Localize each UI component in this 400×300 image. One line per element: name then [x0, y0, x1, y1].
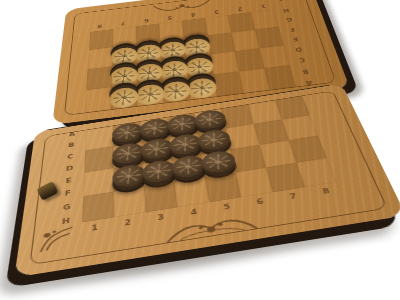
square-f5[interactable]: [137, 81, 164, 106]
black-piece-c4[interactable]: [139, 117, 171, 139]
file-label-f: F: [289, 26, 295, 31]
file-label-f: F: [64, 191, 71, 198]
square-a1[interactable]: [82, 192, 114, 223]
rank-label-7: 7: [121, 21, 126, 26]
file-label-g: G: [286, 17, 293, 22]
rank-label-2: 2: [237, 6, 243, 10]
file-label-b: B: [68, 143, 75, 149]
black-piece-d4[interactable]: [166, 113, 199, 135]
white-piece-d5[interactable]: [187, 77, 218, 100]
black-piece-b2[interactable]: [112, 163, 146, 189]
file-label-d: D: [295, 46, 303, 51]
rank-label-8: 8: [97, 23, 102, 28]
square-b1[interactable]: [114, 187, 146, 218]
file-label-h: H: [283, 8, 290, 13]
square-b5[interactable]: [239, 68, 270, 93]
file-label-d: D: [66, 166, 73, 172]
rank-label-3: 3: [157, 214, 164, 221]
file-label-a: A: [305, 79, 313, 85]
file-label-e: E: [65, 178, 71, 184]
square-h5[interactable]: [85, 87, 112, 113]
black-piece-b3[interactable]: [112, 141, 144, 165]
rank-label-7: 7: [289, 193, 298, 200]
square-d5[interactable]: [188, 75, 217, 100]
rank-label-8: 8: [322, 188, 331, 195]
rank-label-6: 6: [256, 199, 264, 206]
file-label-g: G: [63, 204, 71, 211]
file-label-c: C: [298, 57, 305, 62]
file-label-e: E: [292, 36, 298, 41]
product-photo-stage: ABCDEFGH 12345678: [0, 0, 400, 300]
square-c1[interactable]: [144, 182, 177, 212]
file-label-a: A: [69, 132, 76, 138]
square-c5[interactable]: [213, 71, 243, 96]
square-g5[interactable]: [111, 84, 137, 109]
rank-label-1: 1: [91, 225, 98, 233]
black-piece-b4[interactable]: [112, 121, 143, 143]
rank-label-2: 2: [124, 220, 131, 228]
black-piece-c3[interactable]: [140, 137, 173, 161]
white-piece-f5[interactable]: [136, 83, 166, 106]
black-piece-c2[interactable]: [141, 158, 176, 184]
rank-label-5: 5: [167, 15, 172, 20]
rank-label-4: 4: [191, 12, 196, 17]
rank-label-3: 3: [214, 9, 219, 13]
rank-label-4: 4: [190, 209, 198, 216]
file-label-b: B: [302, 68, 309, 74]
rank-label-6: 6: [144, 18, 149, 23]
square-d1[interactable]: [175, 177, 210, 207]
white-piece-e5[interactable]: [161, 80, 192, 103]
board-perspective-group: ABCDEFGH 12345678: [0, 0, 400, 300]
square-e5[interactable]: [163, 78, 191, 103]
file-label-c: C: [67, 154, 74, 160]
white-piece-g5[interactable]: [110, 86, 139, 109]
rank-label-5: 5: [223, 204, 231, 211]
rank-label-1: 1: [260, 3, 266, 7]
